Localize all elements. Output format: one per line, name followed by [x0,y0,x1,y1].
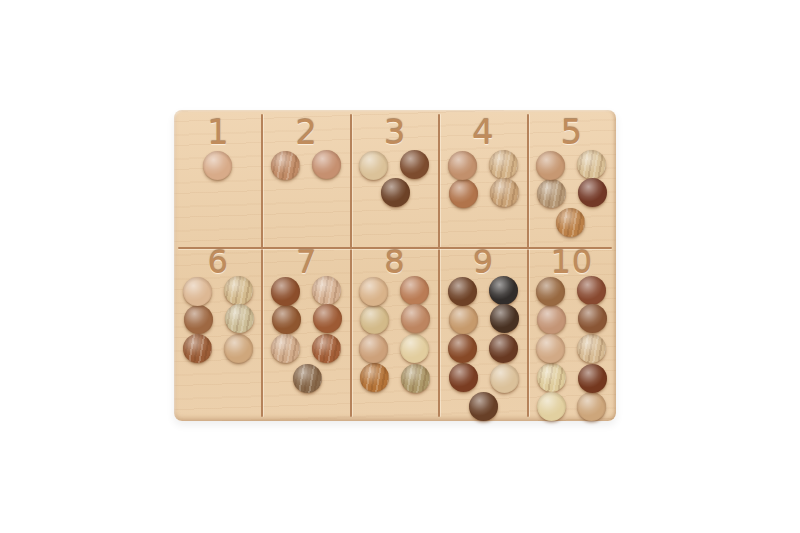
engraved-number: 1 [207,112,230,149]
wooden-ball[interactable] [536,277,565,306]
page-background: { "game": "Montessori wooden counting bo… [0,0,800,533]
wooden-ball[interactable] [359,277,388,306]
engraved-number: 9 [473,249,494,275]
wooden-ball[interactable] [536,151,565,180]
wooden-ball[interactable] [313,304,342,333]
ball-group [537,276,606,421]
wooden-ball[interactable] [203,151,232,180]
wooden-ball[interactable] [312,334,341,363]
engraved-number: 7 [296,249,317,275]
wooden-ball[interactable] [449,179,478,208]
wooden-ball[interactable] [312,276,341,305]
engraved-number: 10 [550,249,593,275]
number-cell-8[interactable]: 8 [351,248,439,421]
wooden-ball[interactable] [184,305,213,334]
wooden-ball[interactable] [401,364,430,393]
ball-group [272,150,341,179]
wooden-ball[interactable] [360,363,389,392]
wooden-ball[interactable] [489,334,518,363]
number-cell-5[interactable]: 5 [528,110,616,248]
wooden-ball[interactable] [360,305,389,334]
wooden-ball[interactable] [381,178,410,207]
wooden-ball[interactable] [577,150,606,179]
wooden-ball[interactable] [490,304,519,333]
wooden-ball[interactable] [312,150,341,179]
wooden-ball[interactable] [578,304,607,333]
ball-group [204,150,233,179]
wooden-ball[interactable] [293,364,322,393]
ball-group [360,276,429,392]
ball-group [360,150,429,208]
engraved-number: 2 [295,112,318,149]
number-cell-6[interactable]: 6 [174,248,262,421]
wooden-ball[interactable] [578,364,607,393]
wooden-ball[interactable] [272,305,301,334]
engraved-number: 5 [560,112,583,149]
number-cell-9[interactable]: 9 [439,248,527,421]
wooden-ball[interactable] [556,208,585,237]
wooden-ball[interactable] [578,178,607,207]
wooden-ball[interactable] [224,276,253,305]
wooden-ball[interactable] [400,334,429,363]
counting-board: 12345678910 [174,110,616,421]
wooden-ball[interactable] [469,392,498,421]
wooden-ball[interactable] [401,304,430,333]
wooden-ball[interactable] [400,276,429,305]
wooden-ball[interactable] [183,334,212,363]
wooden-ball[interactable] [359,151,388,180]
wooden-ball[interactable] [225,304,254,333]
wooden-ball[interactable] [537,363,566,392]
engraved-number: 4 [472,112,495,149]
number-cell-3[interactable]: 3 [351,110,439,248]
wooden-ball[interactable] [577,276,606,305]
wooden-ball[interactable] [183,277,212,306]
engraved-number: 3 [384,112,407,149]
wooden-ball[interactable] [224,334,253,363]
wooden-ball[interactable] [537,392,566,421]
wooden-ball[interactable] [449,305,478,334]
wooden-ball[interactable] [537,305,566,334]
number-cell-1[interactable]: 1 [174,110,262,248]
number-cell-2[interactable]: 2 [262,110,350,248]
ball-group [272,276,341,392]
engraved-number: 6 [208,249,229,275]
number-cell-10[interactable]: 10 [528,248,616,421]
wooden-ball[interactable] [537,179,566,208]
number-cell-7[interactable]: 7 [262,248,350,421]
wooden-ball[interactable] [448,277,477,306]
ball-group [449,150,518,208]
wooden-ball[interactable] [536,334,565,363]
wooden-ball[interactable] [448,151,477,180]
wooden-ball[interactable] [359,334,388,363]
wooden-ball[interactable] [490,364,519,393]
wooden-ball[interactable] [577,392,606,421]
ball-group [449,276,518,421]
ball-group [537,150,606,237]
wooden-ball[interactable] [490,178,519,207]
wooden-ball[interactable] [448,334,477,363]
wooden-ball[interactable] [271,151,300,180]
wooden-ball[interactable] [271,334,300,363]
wooden-ball[interactable] [489,276,518,305]
ball-group [184,276,253,363]
wooden-ball[interactable] [577,334,606,363]
number-cell-4[interactable]: 4 [439,110,527,248]
wooden-ball[interactable] [489,150,518,179]
wooden-ball[interactable] [400,150,429,179]
wooden-ball[interactable] [271,277,300,306]
engraved-number: 8 [384,249,405,275]
wooden-ball[interactable] [449,363,478,392]
